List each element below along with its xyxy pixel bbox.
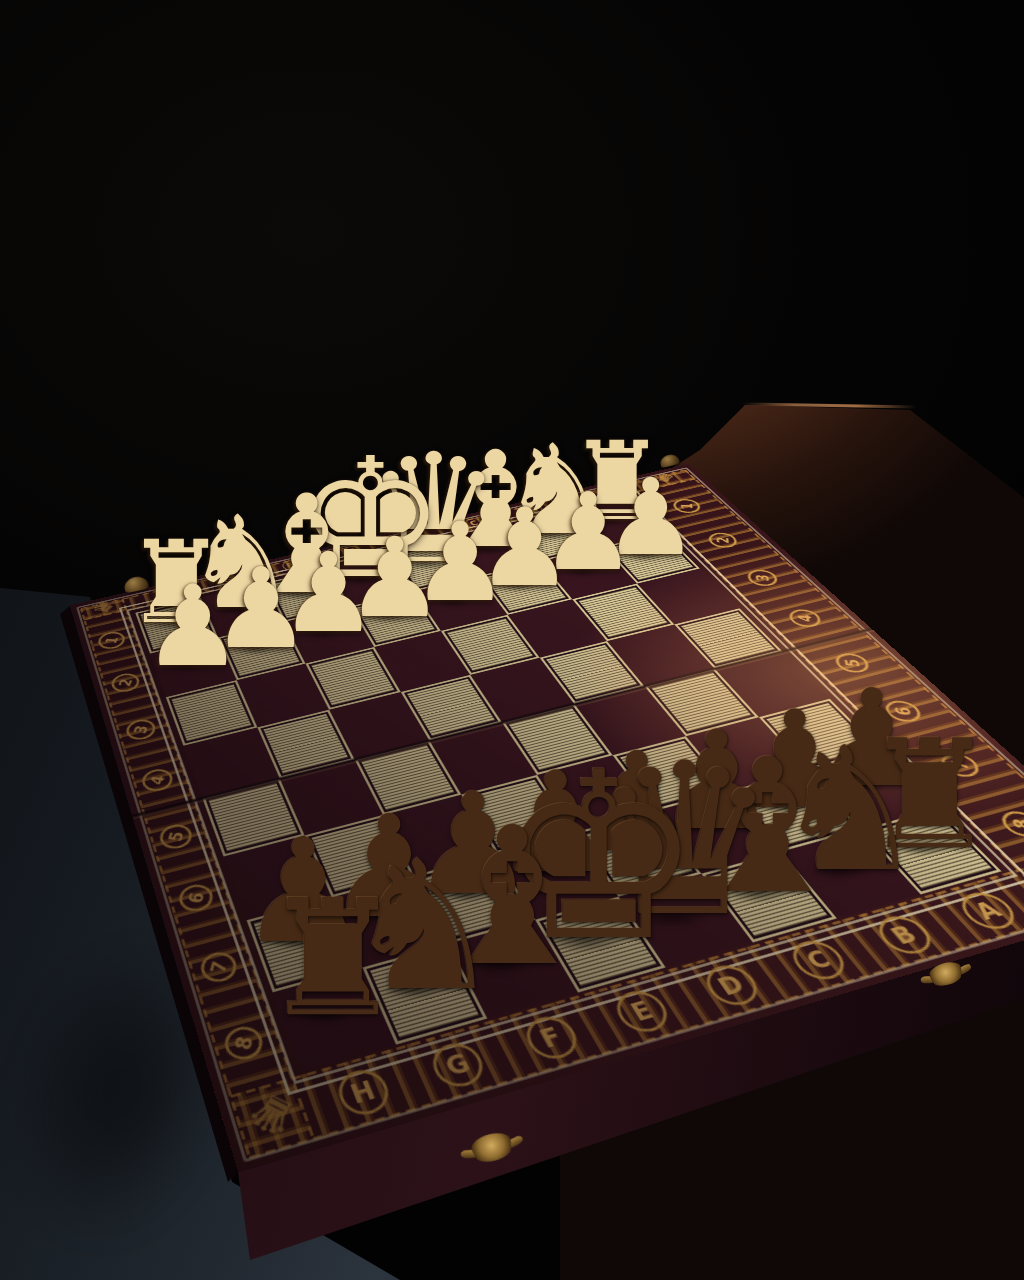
file-label-bottom: A: [952, 888, 1024, 934]
scene: HGFEDCBAHGFEDCBA1234567812345678♛♛♛♛ ♜♞♝…: [0, 0, 1024, 1280]
file-label-bottom: E: [608, 986, 675, 1037]
rank-label-left: 6: [176, 883, 216, 913]
file-label-bottom: G: [426, 1038, 491, 1092]
rank-label-left: 5: [156, 823, 194, 850]
rank-label-right: 4: [788, 609, 822, 628]
file-label-bottom: H: [332, 1065, 395, 1120]
crown-icon: ♛: [239, 1083, 305, 1146]
file-label-bottom: D: [697, 961, 766, 1011]
rank-label-right: 3: [747, 569, 778, 587]
rank-label-left: 3: [123, 718, 158, 740]
black-rook-h8[interactable]: ♜: [261, 879, 404, 1039]
rank-label-right: 2: [708, 532, 737, 548]
rank-label-left: 4: [139, 768, 176, 793]
file-label-bottom: C: [784, 936, 854, 984]
rank-label-left: 2: [108, 673, 142, 693]
file-label-bottom: F: [518, 1012, 584, 1064]
rank-label-left: 8: [221, 1024, 265, 1062]
rank-label-right: 8: [999, 810, 1024, 839]
rank-label-left: 1: [95, 631, 128, 650]
file-label-bottom: B: [869, 912, 940, 959]
crown-icon: ♛: [88, 599, 119, 617]
rank-label-left: 7: [197, 950, 239, 984]
white-pawn-h2[interactable]: ♟: [142, 569, 242, 681]
